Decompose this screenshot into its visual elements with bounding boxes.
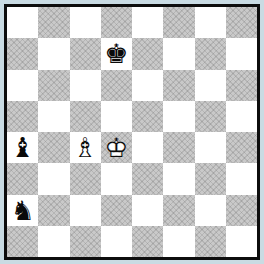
- square-e4[interactable]: [132, 132, 163, 163]
- square-f5[interactable]: [163, 101, 194, 132]
- chess-diagram: ♚♝♝♗♚♔♞: [0, 0, 264, 264]
- square-a2[interactable]: ♞: [7, 195, 38, 226]
- black-king: ♚: [104, 38, 128, 69]
- square-d4[interactable]: ♚♔: [101, 132, 132, 163]
- square-a5[interactable]: [7, 101, 38, 132]
- square-g1[interactable]: [195, 226, 226, 257]
- square-e5[interactable]: [132, 101, 163, 132]
- square-d2[interactable]: [101, 195, 132, 226]
- square-d1[interactable]: [101, 226, 132, 257]
- square-f1[interactable]: [163, 226, 194, 257]
- square-f3[interactable]: [163, 163, 194, 194]
- square-a4[interactable]: ♝: [7, 132, 38, 163]
- white-king: ♚♔: [104, 132, 128, 163]
- square-d8[interactable]: [101, 7, 132, 38]
- chess-board: ♚♝♝♗♚♔♞: [4, 4, 260, 260]
- square-h2[interactable]: [226, 195, 257, 226]
- square-c5[interactable]: [70, 101, 101, 132]
- square-h8[interactable]: [226, 7, 257, 38]
- square-e6[interactable]: [132, 70, 163, 101]
- square-f7[interactable]: [163, 38, 194, 69]
- square-h5[interactable]: [226, 101, 257, 132]
- square-d5[interactable]: [101, 101, 132, 132]
- square-d6[interactable]: [101, 70, 132, 101]
- square-b3[interactable]: [38, 163, 69, 194]
- square-g2[interactable]: [195, 195, 226, 226]
- square-c1[interactable]: [70, 226, 101, 257]
- square-g8[interactable]: [195, 7, 226, 38]
- square-c2[interactable]: [70, 195, 101, 226]
- square-c3[interactable]: [70, 163, 101, 194]
- square-a7[interactable]: [7, 38, 38, 69]
- square-b2[interactable]: [38, 195, 69, 226]
- square-b8[interactable]: [38, 7, 69, 38]
- square-h4[interactable]: [226, 132, 257, 163]
- square-f4[interactable]: [163, 132, 194, 163]
- square-h6[interactable]: [226, 70, 257, 101]
- square-g7[interactable]: [195, 38, 226, 69]
- square-d7[interactable]: ♚: [101, 38, 132, 69]
- square-g3[interactable]: [195, 163, 226, 194]
- square-a8[interactable]: [7, 7, 38, 38]
- square-h3[interactable]: [226, 163, 257, 194]
- square-e7[interactable]: [132, 38, 163, 69]
- square-c8[interactable]: [70, 7, 101, 38]
- black-knight: ♞: [11, 195, 35, 226]
- square-a1[interactable]: [7, 226, 38, 257]
- black-bishop: ♝: [11, 132, 35, 163]
- square-b4[interactable]: [38, 132, 69, 163]
- square-f6[interactable]: [163, 70, 194, 101]
- square-g4[interactable]: [195, 132, 226, 163]
- square-e8[interactable]: [132, 7, 163, 38]
- square-e1[interactable]: [132, 226, 163, 257]
- square-f8[interactable]: [163, 7, 194, 38]
- square-a6[interactable]: [7, 70, 38, 101]
- square-a3[interactable]: [7, 163, 38, 194]
- square-c7[interactable]: [70, 38, 101, 69]
- square-c4[interactable]: ♝♗: [70, 132, 101, 163]
- square-f2[interactable]: [163, 195, 194, 226]
- square-e3[interactable]: [132, 163, 163, 194]
- square-g6[interactable]: [195, 70, 226, 101]
- square-d3[interactable]: [101, 163, 132, 194]
- white-bishop: ♝♗: [73, 132, 97, 163]
- square-e2[interactable]: [132, 195, 163, 226]
- square-b1[interactable]: [38, 226, 69, 257]
- square-b6[interactable]: [38, 70, 69, 101]
- square-g5[interactable]: [195, 101, 226, 132]
- square-h7[interactable]: [226, 38, 257, 69]
- square-b5[interactable]: [38, 101, 69, 132]
- square-h1[interactable]: [226, 226, 257, 257]
- square-c6[interactable]: [70, 70, 101, 101]
- square-b7[interactable]: [38, 38, 69, 69]
